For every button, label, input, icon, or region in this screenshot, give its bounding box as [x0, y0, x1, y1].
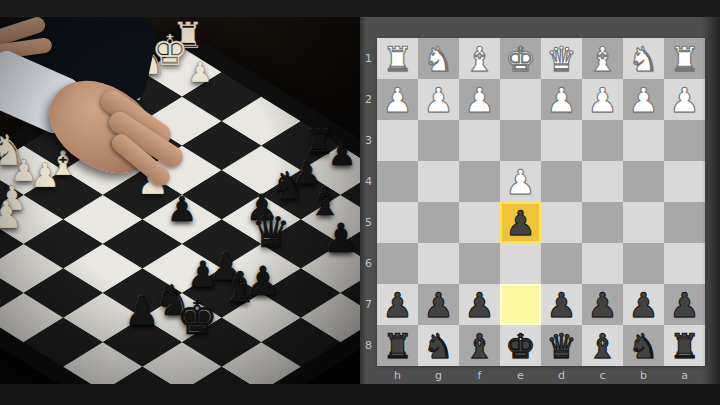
square-c3[interactable]	[582, 120, 623, 161]
photo-white-pawn: ♟	[187, 59, 212, 87]
video-letterbox-top	[0, 0, 720, 17]
white-pawn-g2[interactable]: ♟	[423, 83, 453, 117]
analysis-panel: 12345678 ♜♞♝♚♛♝♞♜♟♟♟♟♟♟♟♟♟♟♟♟♟♟♟♟♜♞♝♚♛♝♞…	[360, 17, 720, 384]
black-knight-b8[interactable]: ♞	[628, 329, 658, 363]
square-b6[interactable]	[623, 243, 664, 284]
white-pawn-e4[interactable]: ♟	[505, 165, 535, 199]
square-a1[interactable]: ♜	[664, 38, 705, 79]
square-a4[interactable]	[664, 161, 705, 202]
file-label-h: h	[377, 366, 418, 384]
file-label-b: b	[623, 366, 664, 384]
live-video-physical-board: ♜♚♞♟♟♟♟♝♟♞♟♟♟♟♟♟♞♟♜♟♛♝♟♟♟♝♟♞♟♚	[0, 17, 360, 384]
white-knight-b1[interactable]: ♞	[628, 42, 658, 76]
square-e4[interactable]: ♟	[500, 161, 541, 202]
photo-black-pawn: ♟	[323, 218, 359, 258]
black-queen-d8[interactable]: ♛	[546, 329, 576, 363]
black-pawn-f7[interactable]: ♟	[464, 288, 494, 322]
square-e2[interactable]	[500, 79, 541, 120]
square-g7[interactable]: ♟	[418, 284, 459, 325]
square-g8[interactable]: ♞	[418, 325, 459, 366]
rank-label-7: 7	[360, 284, 377, 325]
white-rook-h1[interactable]: ♜	[382, 42, 412, 76]
rank-label-1: 1	[360, 38, 377, 79]
white-pawn-h2[interactable]: ♟	[382, 83, 412, 117]
square-e5[interactable]: ♟	[500, 202, 541, 243]
photo-black-pawn: ♟	[245, 261, 281, 301]
file-label-c: c	[582, 366, 623, 384]
black-bishop-c8[interactable]: ♝	[587, 329, 617, 363]
square-g4[interactable]	[418, 161, 459, 202]
square-f5[interactable]	[459, 202, 500, 243]
square-e1[interactable]: ♚	[500, 38, 541, 79]
white-pawn-d2[interactable]: ♟	[546, 83, 576, 117]
square-b4[interactable]	[623, 161, 664, 202]
file-label-d: d	[541, 366, 582, 384]
square-h7[interactable]: ♟	[377, 284, 418, 325]
square-e6[interactable]	[500, 243, 541, 284]
rank-label-6: 6	[360, 243, 377, 284]
square-a3[interactable]	[664, 120, 705, 161]
rank-label-8: 8	[360, 325, 377, 366]
file-label-f: f	[459, 366, 500, 384]
square-a7[interactable]: ♟	[664, 284, 705, 325]
square-a6[interactable]	[664, 243, 705, 284]
square-f3[interactable]	[459, 120, 500, 161]
square-f7[interactable]: ♟	[459, 284, 500, 325]
square-c5[interactable]	[582, 202, 623, 243]
square-f1[interactable]: ♝	[459, 38, 500, 79]
photo-black-pawn: ♟	[167, 192, 197, 226]
rank-labels: 12345678	[360, 38, 377, 366]
square-b8[interactable]: ♞	[623, 325, 664, 366]
square-a2[interactable]: ♟	[664, 79, 705, 120]
square-g5[interactable]	[418, 202, 459, 243]
black-pawn-g7[interactable]: ♟	[423, 288, 453, 322]
square-b3[interactable]	[623, 120, 664, 161]
rank-label-3: 3	[360, 120, 377, 161]
square-b1[interactable]: ♞	[623, 38, 664, 79]
file-label-g: g	[418, 366, 459, 384]
square-d8[interactable]: ♛	[541, 325, 582, 366]
square-b5[interactable]	[623, 202, 664, 243]
rank-label-4: 4	[360, 161, 377, 202]
white-bishop-c1[interactable]: ♝	[587, 42, 617, 76]
square-f6[interactable]	[459, 243, 500, 284]
video-frame: ♜♚♞♟♟♟♟♝♟♞♟♟♟♟♟♟♞♟♜♟♛♝♟♟♟♝♟♞♟♚ 12345678 …	[0, 0, 720, 405]
square-f2[interactable]: ♟	[459, 79, 500, 120]
square-g1[interactable]: ♞	[418, 38, 459, 79]
square-f8[interactable]: ♝	[459, 325, 500, 366]
square-e8[interactable]: ♚	[500, 325, 541, 366]
white-pawn-b2[interactable]: ♟	[628, 83, 658, 117]
square-g2[interactable]: ♟	[418, 79, 459, 120]
square-d6[interactable]	[541, 243, 582, 284]
square-e7[interactable]	[500, 284, 541, 325]
file-label-e: e	[500, 366, 541, 384]
square-a5[interactable]	[664, 202, 705, 243]
square-c7[interactable]: ♟	[582, 284, 623, 325]
square-f4[interactable]	[459, 161, 500, 202]
square-h6[interactable]	[377, 243, 418, 284]
photo-black-pawn: ♟	[328, 138, 357, 170]
photo-black-queen: ♛	[251, 210, 290, 254]
black-pawn-a7[interactable]: ♟	[669, 288, 699, 322]
white-king-e1[interactable]: ♚	[505, 42, 535, 76]
file-labels: hgfedcba	[377, 366, 705, 384]
square-d4[interactable]	[541, 161, 582, 202]
square-g6[interactable]	[418, 243, 459, 284]
square-h4[interactable]	[377, 161, 418, 202]
white-queen-d1[interactable]: ♛	[546, 42, 576, 76]
digital-chess-board[interactable]: ♜♞♝♚♛♝♞♜♟♟♟♟♟♟♟♟♟♟♟♟♟♟♟♟♜♞♝♚♛♝♞♜	[377, 38, 705, 366]
square-h8[interactable]: ♜	[377, 325, 418, 366]
white-rook-a1[interactable]: ♜	[669, 42, 699, 76]
video-letterbox-bottom	[0, 384, 720, 405]
black-pawn-c7[interactable]: ♟	[587, 288, 617, 322]
white-pawn-c2[interactable]: ♟	[587, 83, 617, 117]
square-d5[interactable]	[541, 202, 582, 243]
square-a8[interactable]: ♜	[664, 325, 705, 366]
black-bishop-f8[interactable]: ♝	[464, 329, 494, 363]
black-knight-g8[interactable]: ♞	[423, 329, 453, 363]
square-h2[interactable]: ♟	[377, 79, 418, 120]
square-h3[interactable]	[377, 120, 418, 161]
white-bishop-f1[interactable]: ♝	[464, 42, 494, 76]
square-c4[interactable]	[582, 161, 623, 202]
square-g3[interactable]	[418, 120, 459, 161]
square-d3[interactable]	[541, 120, 582, 161]
black-pawn-h7[interactable]: ♟	[382, 288, 412, 322]
white-knight-g1[interactable]: ♞	[423, 42, 453, 76]
square-e3[interactable]	[500, 120, 541, 161]
black-pawn-e5[interactable]: ♟	[505, 206, 535, 240]
photo-black-king: ♚	[176, 295, 217, 341]
square-c8[interactable]: ♝	[582, 325, 623, 366]
square-d1[interactable]: ♛	[541, 38, 582, 79]
black-rook-a8[interactable]: ♜	[669, 329, 699, 363]
square-c1[interactable]: ♝	[582, 38, 623, 79]
rank-label-5: 5	[360, 202, 377, 243]
square-b7[interactable]: ♟	[623, 284, 664, 325]
square-d7[interactable]: ♟	[541, 284, 582, 325]
file-label-a: a	[664, 366, 705, 384]
white-pawn-a2[interactable]: ♟	[669, 83, 699, 117]
rank-label-2: 2	[360, 79, 377, 120]
square-c2[interactable]: ♟	[582, 79, 623, 120]
white-pawn-f2[interactable]: ♟	[464, 83, 494, 117]
square-h1[interactable]: ♜	[377, 38, 418, 79]
black-rook-h8[interactable]: ♜	[382, 329, 412, 363]
square-c6[interactable]	[582, 243, 623, 284]
photo-white-pawn: ♟	[0, 196, 23, 234]
black-pawn-d7[interactable]: ♟	[546, 288, 576, 322]
square-h5[interactable]	[377, 202, 418, 243]
black-pawn-b7[interactable]: ♟	[628, 288, 658, 322]
square-d2[interactable]: ♟	[541, 79, 582, 120]
square-b2[interactable]: ♟	[623, 79, 664, 120]
black-king-e8[interactable]: ♚	[505, 329, 535, 363]
photo-black-pawn: ♟	[124, 291, 160, 331]
